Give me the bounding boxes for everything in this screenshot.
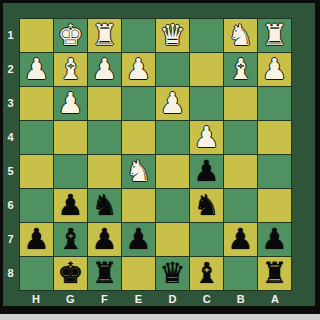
file-label-e: E bbox=[121, 292, 155, 306]
square-e2[interactable]: ♟ bbox=[122, 53, 155, 86]
piece-black-pawn[interactable]: ♟ bbox=[92, 223, 118, 256]
piece-white-knight[interactable]: ♞ bbox=[228, 19, 254, 52]
square-g8[interactable]: ♚ bbox=[54, 257, 87, 290]
square-a3[interactable] bbox=[258, 87, 291, 120]
piece-white-queen[interactable]: ♛ bbox=[160, 19, 186, 52]
piece-black-pawn[interactable]: ♟ bbox=[194, 155, 220, 188]
chess-board: ♚♜♛♞♜♟♝♟♟♝♟♟♟♟♞♟♟♞♞♟♝♟♟♟♟♚♜♛♝♜ bbox=[19, 18, 292, 291]
square-g4[interactable] bbox=[54, 121, 87, 154]
square-c5[interactable]: ♟ bbox=[190, 155, 223, 188]
square-d7[interactable] bbox=[156, 223, 189, 256]
file-label-c: C bbox=[190, 292, 224, 306]
piece-black-pawn[interactable]: ♟ bbox=[24, 223, 50, 256]
square-c4[interactable]: ♟ bbox=[190, 121, 223, 154]
square-f3[interactable] bbox=[88, 87, 121, 120]
rank-label-5: 5 bbox=[3, 154, 18, 188]
rank-labels: 12345678 bbox=[3, 18, 18, 290]
rank-label-8: 8 bbox=[3, 256, 18, 290]
square-a4[interactable] bbox=[258, 121, 291, 154]
piece-white-king[interactable]: ♚ bbox=[58, 19, 84, 52]
piece-black-bishop[interactable]: ♝ bbox=[194, 257, 220, 290]
rank-label-2: 2 bbox=[3, 52, 18, 86]
square-b6[interactable] bbox=[224, 189, 257, 222]
square-a2[interactable]: ♟ bbox=[258, 53, 291, 86]
square-h1[interactable] bbox=[20, 19, 53, 52]
piece-white-pawn[interactable]: ♟ bbox=[58, 87, 84, 120]
square-h7[interactable]: ♟ bbox=[20, 223, 53, 256]
piece-white-bishop[interactable]: ♝ bbox=[58, 53, 84, 86]
square-d6[interactable] bbox=[156, 189, 189, 222]
square-d5[interactable] bbox=[156, 155, 189, 188]
piece-white-pawn[interactable]: ♟ bbox=[92, 53, 118, 86]
square-c1[interactable] bbox=[190, 19, 223, 52]
square-f4[interactable] bbox=[88, 121, 121, 154]
file-label-a: A bbox=[258, 292, 292, 306]
square-e1[interactable] bbox=[122, 19, 155, 52]
piece-white-rook[interactable]: ♜ bbox=[262, 19, 288, 52]
square-b7[interactable]: ♟ bbox=[224, 223, 257, 256]
square-b8[interactable] bbox=[224, 257, 257, 290]
square-e7[interactable]: ♟ bbox=[122, 223, 155, 256]
piece-black-knight[interactable]: ♞ bbox=[92, 189, 118, 222]
square-d1[interactable]: ♛ bbox=[156, 19, 189, 52]
piece-black-knight[interactable]: ♞ bbox=[194, 189, 220, 222]
square-f1[interactable]: ♜ bbox=[88, 19, 121, 52]
square-b5[interactable] bbox=[224, 155, 257, 188]
square-g7[interactable]: ♝ bbox=[54, 223, 87, 256]
square-h2[interactable]: ♟ bbox=[20, 53, 53, 86]
square-f6[interactable]: ♞ bbox=[88, 189, 121, 222]
piece-black-bishop[interactable]: ♝ bbox=[58, 223, 84, 256]
square-h5[interactable] bbox=[20, 155, 53, 188]
square-e5[interactable]: ♞ bbox=[122, 155, 155, 188]
square-b4[interactable] bbox=[224, 121, 257, 154]
square-e4[interactable] bbox=[122, 121, 155, 154]
square-d8[interactable]: ♛ bbox=[156, 257, 189, 290]
square-h6[interactable] bbox=[20, 189, 53, 222]
square-c7[interactable] bbox=[190, 223, 223, 256]
square-c2[interactable] bbox=[190, 53, 223, 86]
file-label-h: H bbox=[19, 292, 53, 306]
square-f2[interactable]: ♟ bbox=[88, 53, 121, 86]
chess-diagram: 12345678 ♚♜♛♞♜♟♝♟♟♝♟♟♟♟♞♟♟♞♞♟♝♟♟♟♟♚♜♛♝♜ … bbox=[0, 0, 320, 320]
square-d2[interactable] bbox=[156, 53, 189, 86]
rank-label-7: 7 bbox=[3, 222, 18, 256]
square-a8[interactable]: ♜ bbox=[258, 257, 291, 290]
file-label-f: F bbox=[87, 292, 121, 306]
piece-white-pawn[interactable]: ♟ bbox=[24, 53, 50, 86]
file-label-d: D bbox=[156, 292, 190, 306]
rank-label-4: 4 bbox=[3, 120, 18, 154]
square-h3[interactable] bbox=[20, 87, 53, 120]
piece-black-pawn[interactable]: ♟ bbox=[126, 223, 152, 256]
piece-white-rook[interactable]: ♜ bbox=[92, 19, 118, 52]
square-e3[interactable] bbox=[122, 87, 155, 120]
square-b2[interactable]: ♝ bbox=[224, 53, 257, 86]
square-f5[interactable] bbox=[88, 155, 121, 188]
square-e6[interactable] bbox=[122, 189, 155, 222]
rank-label-6: 6 bbox=[3, 188, 18, 222]
square-c3[interactable] bbox=[190, 87, 223, 120]
piece-white-bishop[interactable]: ♝ bbox=[228, 53, 254, 86]
piece-white-pawn[interactable]: ♟ bbox=[126, 53, 152, 86]
square-a1[interactable]: ♜ bbox=[258, 19, 291, 52]
square-f8[interactable]: ♜ bbox=[88, 257, 121, 290]
square-h4[interactable] bbox=[20, 121, 53, 154]
file-label-b: B bbox=[224, 292, 258, 306]
square-c8[interactable]: ♝ bbox=[190, 257, 223, 290]
square-d4[interactable] bbox=[156, 121, 189, 154]
square-a6[interactable] bbox=[258, 189, 291, 222]
square-g1[interactable]: ♚ bbox=[54, 19, 87, 52]
square-c6[interactable]: ♞ bbox=[190, 189, 223, 222]
piece-white-pawn[interactable]: ♟ bbox=[194, 121, 220, 154]
square-g5[interactable] bbox=[54, 155, 87, 188]
piece-black-king[interactable]: ♚ bbox=[58, 257, 84, 290]
piece-black-rook[interactable]: ♜ bbox=[92, 257, 118, 290]
square-h8[interactable] bbox=[20, 257, 53, 290]
square-g6[interactable]: ♟ bbox=[54, 189, 87, 222]
piece-black-pawn[interactable]: ♟ bbox=[58, 189, 84, 222]
square-d3[interactable]: ♟ bbox=[156, 87, 189, 120]
piece-white-pawn[interactable]: ♟ bbox=[160, 87, 186, 120]
square-a5[interactable] bbox=[258, 155, 291, 188]
square-b3[interactable] bbox=[224, 87, 257, 120]
rank-label-1: 1 bbox=[3, 18, 18, 52]
square-g2[interactable]: ♝ bbox=[54, 53, 87, 86]
piece-white-knight[interactable]: ♞ bbox=[126, 155, 152, 188]
square-e8[interactable] bbox=[122, 257, 155, 290]
piece-black-rook[interactable]: ♜ bbox=[262, 257, 288, 290]
piece-black-pawn[interactable]: ♟ bbox=[228, 223, 254, 256]
square-a7[interactable]: ♟ bbox=[258, 223, 291, 256]
piece-white-pawn[interactable]: ♟ bbox=[262, 53, 288, 86]
file-labels: HGFEDCBA bbox=[19, 292, 292, 306]
file-label-g: G bbox=[53, 292, 87, 306]
piece-black-pawn[interactable]: ♟ bbox=[262, 223, 288, 256]
bottom-strip bbox=[0, 314, 320, 320]
square-g3[interactable]: ♟ bbox=[54, 87, 87, 120]
piece-black-queen[interactable]: ♛ bbox=[160, 257, 186, 290]
square-b1[interactable]: ♞ bbox=[224, 19, 257, 52]
rank-label-3: 3 bbox=[3, 86, 18, 120]
square-f7[interactable]: ♟ bbox=[88, 223, 121, 256]
